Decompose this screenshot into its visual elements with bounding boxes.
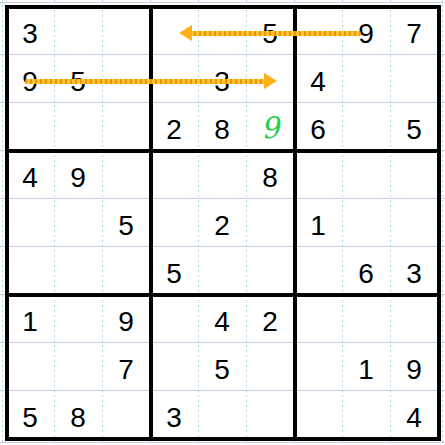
- cell-r4c6[interactable]: 8: [246, 150, 294, 198]
- cell-r3c6-handwritten[interactable]: 9: [244, 100, 296, 152]
- cell-r4c2[interactable]: 9: [54, 150, 102, 198]
- cell-r6c7[interactable]: [294, 246, 342, 294]
- box-border-vertical: [293, 5, 297, 441]
- cell-r3c1[interactable]: [6, 102, 54, 150]
- cell-r7c3[interactable]: 9: [102, 294, 150, 342]
- cell-r8c3[interactable]: 7: [102, 342, 150, 390]
- cell-r8c6[interactable]: [246, 342, 294, 390]
- cell-r6c3[interactable]: [102, 246, 150, 294]
- cell-r3c7[interactable]: 6: [294, 102, 342, 150]
- box-border-horizontal: [5, 5, 441, 9]
- cell-r4c1[interactable]: 4: [6, 150, 54, 198]
- cell-r1c5[interactable]: [198, 6, 246, 54]
- cell-r3c8[interactable]: [342, 102, 390, 150]
- cell-r5c1[interactable]: [6, 198, 54, 246]
- cell-r1c2[interactable]: [54, 6, 102, 54]
- grid-line-vertical: [442, 0, 443, 445]
- cell-r5c6[interactable]: [246, 198, 294, 246]
- cell-r2c9[interactable]: [390, 54, 438, 102]
- cell-r7c8[interactable]: [342, 294, 390, 342]
- cell-grid: 3597953428965498521563194275195834: [6, 6, 438, 438]
- cell-r1c6[interactable]: 5: [246, 6, 294, 54]
- cell-r1c3[interactable]: [102, 6, 150, 54]
- cell-r6c5[interactable]: [198, 246, 246, 294]
- cell-r6c9[interactable]: 3: [390, 246, 438, 294]
- cell-r3c4[interactable]: 2: [150, 102, 198, 150]
- arrow-line-left: [189, 31, 361, 36]
- box-border-vertical: [437, 5, 441, 441]
- cell-r2c4[interactable]: [150, 54, 198, 102]
- arrow-head-right-icon: [264, 73, 277, 89]
- cell-r3c2[interactable]: [54, 102, 102, 150]
- cell-r2c7[interactable]: 4: [294, 54, 342, 102]
- cell-r4c7[interactable]: [294, 150, 342, 198]
- cell-r6c2[interactable]: [54, 246, 102, 294]
- cell-r5c8[interactable]: [342, 198, 390, 246]
- cell-r7c2[interactable]: [54, 294, 102, 342]
- grid-line-horizontal: [0, 2, 445, 3]
- cell-r4c4[interactable]: [150, 150, 198, 198]
- cell-r1c9[interactable]: 7: [390, 6, 438, 54]
- cell-r4c9[interactable]: [390, 150, 438, 198]
- cell-r9c3[interactable]: [102, 390, 150, 438]
- cell-r4c8[interactable]: [342, 150, 390, 198]
- cell-r8c8[interactable]: 1: [342, 342, 390, 390]
- cell-r9c5[interactable]: [198, 390, 246, 438]
- cell-r6c6[interactable]: [246, 246, 294, 294]
- box-border-vertical: [149, 5, 153, 441]
- box-border-horizontal: [5, 293, 441, 297]
- cell-r6c8[interactable]: 6: [342, 246, 390, 294]
- box-border-vertical: [5, 5, 9, 441]
- cell-r8c4[interactable]: [150, 342, 198, 390]
- cell-r9c9[interactable]: 4: [390, 390, 438, 438]
- cell-r1c8[interactable]: 9: [342, 6, 390, 54]
- cell-r7c9[interactable]: [390, 294, 438, 342]
- cell-r7c4[interactable]: [150, 294, 198, 342]
- cell-r2c8[interactable]: [342, 54, 390, 102]
- cell-r5c7[interactable]: 1: [294, 198, 342, 246]
- cell-r5c5[interactable]: 2: [198, 198, 246, 246]
- cell-r4c5[interactable]: [198, 150, 246, 198]
- cell-r2c1[interactable]: 9: [6, 54, 54, 102]
- arrow-head-left-icon: [179, 25, 192, 41]
- box-border-horizontal: [5, 149, 441, 153]
- grid-line-vertical: [2, 0, 3, 445]
- cell-r9c7[interactable]: [294, 390, 342, 438]
- cell-r5c4[interactable]: [150, 198, 198, 246]
- cell-r4c3[interactable]: [102, 150, 150, 198]
- cell-r8c1[interactable]: [6, 342, 54, 390]
- grid-line-horizontal: [0, 442, 445, 443]
- cell-r2c2[interactable]: 5: [54, 54, 102, 102]
- cell-r6c4[interactable]: 5: [150, 246, 198, 294]
- cell-r1c1[interactable]: 3: [6, 6, 54, 54]
- cell-r3c9[interactable]: 5: [390, 102, 438, 150]
- cell-r9c1[interactable]: 5: [6, 390, 54, 438]
- cell-r7c7[interactable]: [294, 294, 342, 342]
- cell-r9c2[interactable]: 8: [54, 390, 102, 438]
- cell-r9c4[interactable]: 3: [150, 390, 198, 438]
- cell-r3c5[interactable]: 8: [198, 102, 246, 150]
- cell-r1c7[interactable]: [294, 6, 342, 54]
- cell-r7c1[interactable]: 1: [6, 294, 54, 342]
- cell-r8c7[interactable]: [294, 342, 342, 390]
- cell-r5c2[interactable]: [54, 198, 102, 246]
- cell-r8c2[interactable]: [54, 342, 102, 390]
- cell-r5c3[interactable]: 5: [102, 198, 150, 246]
- arrow-line-right: [25, 79, 267, 84]
- box-border-horizontal: [5, 437, 441, 441]
- sudoku-board: 3597953428965498521563194275195834: [0, 0, 445, 445]
- cell-r6c1[interactable]: [6, 246, 54, 294]
- cell-r8c9[interactable]: 9: [390, 342, 438, 390]
- cell-r5c9[interactable]: [390, 198, 438, 246]
- cell-r7c6[interactable]: 2: [246, 294, 294, 342]
- cell-r7c5[interactable]: 4: [198, 294, 246, 342]
- cell-r8c5[interactable]: 5: [198, 342, 246, 390]
- cell-r2c3[interactable]: [102, 54, 150, 102]
- cell-r2c5[interactable]: 3: [198, 54, 246, 102]
- cell-r9c6[interactable]: [246, 390, 294, 438]
- cell-r9c8[interactable]: [342, 390, 390, 438]
- cell-r3c3[interactable]: [102, 102, 150, 150]
